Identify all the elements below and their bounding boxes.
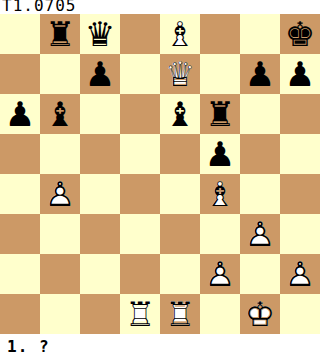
white-queen: ♕ xyxy=(160,54,200,94)
black-pawn: ♟ xyxy=(280,54,320,94)
square-a8[interactable] xyxy=(0,14,40,54)
square-e2[interactable] xyxy=(160,254,200,294)
white-bishop: ♗ xyxy=(160,14,200,54)
square-e6[interactable]: ♝ xyxy=(160,94,200,134)
white-pawn-fill: ♟ xyxy=(40,174,80,214)
square-g3[interactable]: ♟♙ xyxy=(240,214,280,254)
square-g7[interactable]: ♟ xyxy=(240,54,280,94)
square-a6[interactable]: ♟ xyxy=(0,94,40,134)
white-pawn: ♙ xyxy=(200,254,240,294)
black-pawn: ♟ xyxy=(80,54,120,94)
square-h3[interactable] xyxy=(280,214,320,254)
white-queen-fill: ♛ xyxy=(160,54,200,94)
chess-board: ♜♛♝♗♚♟♛♕♟♟♟♝♝♜♟♟♙♝♗♟♙♟♙♟♙♜♖♜♖♚♔ xyxy=(0,14,320,334)
square-b4[interactable]: ♟♙ xyxy=(40,174,80,214)
square-h6[interactable] xyxy=(280,94,320,134)
square-c7[interactable]: ♟ xyxy=(80,54,120,94)
black-queen: ♛ xyxy=(80,14,120,54)
white-pawn-fill: ♟ xyxy=(240,214,280,254)
square-c6[interactable] xyxy=(80,94,120,134)
white-rook-fill: ♜ xyxy=(160,294,200,334)
square-g2[interactable] xyxy=(240,254,280,294)
black-rook: ♜ xyxy=(200,94,240,134)
square-f4[interactable]: ♝♗ xyxy=(200,174,240,214)
white-king: ♔ xyxy=(240,294,280,334)
square-d8[interactable] xyxy=(120,14,160,54)
square-e7[interactable]: ♛♕ xyxy=(160,54,200,94)
square-c8[interactable]: ♛ xyxy=(80,14,120,54)
square-g8[interactable] xyxy=(240,14,280,54)
move-prompt: 1. ? xyxy=(7,337,50,357)
square-e1[interactable]: ♜♖ xyxy=(160,294,200,334)
puzzle-id-title: T1.0705 xyxy=(2,0,76,14)
square-f5[interactable]: ♟ xyxy=(200,134,240,174)
square-c4[interactable] xyxy=(80,174,120,214)
white-pawn-fill: ♟ xyxy=(280,254,320,294)
square-c2[interactable] xyxy=(80,254,120,294)
square-e8[interactable]: ♝♗ xyxy=(160,14,200,54)
square-f7[interactable] xyxy=(200,54,240,94)
square-a7[interactable] xyxy=(0,54,40,94)
square-d5[interactable] xyxy=(120,134,160,174)
square-h4[interactable] xyxy=(280,174,320,214)
black-rook: ♜ xyxy=(40,14,80,54)
square-b5[interactable] xyxy=(40,134,80,174)
square-a3[interactable] xyxy=(0,214,40,254)
square-h8[interactable]: ♚ xyxy=(280,14,320,54)
black-bishop: ♝ xyxy=(160,94,200,134)
square-f3[interactable] xyxy=(200,214,240,254)
white-bishop-fill: ♝ xyxy=(160,14,200,54)
square-f8[interactable] xyxy=(200,14,240,54)
square-h5[interactable] xyxy=(280,134,320,174)
square-b8[interactable]: ♜ xyxy=(40,14,80,54)
square-d2[interactable] xyxy=(120,254,160,294)
square-g5[interactable] xyxy=(240,134,280,174)
square-d4[interactable] xyxy=(120,174,160,214)
square-d3[interactable] xyxy=(120,214,160,254)
black-pawn: ♟ xyxy=(200,134,240,174)
square-b6[interactable]: ♝ xyxy=(40,94,80,134)
square-c1[interactable] xyxy=(80,294,120,334)
black-bishop: ♝ xyxy=(40,94,80,134)
square-f1[interactable] xyxy=(200,294,240,334)
square-a4[interactable] xyxy=(0,174,40,214)
white-rook: ♖ xyxy=(160,294,200,334)
square-a2[interactable] xyxy=(0,254,40,294)
square-g4[interactable] xyxy=(240,174,280,214)
square-g1[interactable]: ♚♔ xyxy=(240,294,280,334)
square-f2[interactable]: ♟♙ xyxy=(200,254,240,294)
square-c5[interactable] xyxy=(80,134,120,174)
square-d6[interactable] xyxy=(120,94,160,134)
white-pawn: ♙ xyxy=(280,254,320,294)
square-h7[interactable]: ♟ xyxy=(280,54,320,94)
white-bishop: ♗ xyxy=(200,174,240,214)
square-a5[interactable] xyxy=(0,134,40,174)
white-rook-fill: ♜ xyxy=(120,294,160,334)
square-a1[interactable] xyxy=(0,294,40,334)
black-pawn: ♟ xyxy=(0,94,40,134)
white-pawn: ♙ xyxy=(240,214,280,254)
square-g6[interactable] xyxy=(240,94,280,134)
square-c3[interactable] xyxy=(80,214,120,254)
square-h1[interactable] xyxy=(280,294,320,334)
square-e5[interactable] xyxy=(160,134,200,174)
white-pawn-fill: ♟ xyxy=(200,254,240,294)
square-b7[interactable] xyxy=(40,54,80,94)
square-d7[interactable] xyxy=(120,54,160,94)
white-rook: ♖ xyxy=(120,294,160,334)
square-b1[interactable] xyxy=(40,294,80,334)
white-king-fill: ♚ xyxy=(240,294,280,334)
white-bishop-fill: ♝ xyxy=(200,174,240,214)
white-pawn: ♙ xyxy=(40,174,80,214)
square-e3[interactable] xyxy=(160,214,200,254)
black-pawn: ♟ xyxy=(240,54,280,94)
square-d1[interactable]: ♜♖ xyxy=(120,294,160,334)
square-e4[interactable] xyxy=(160,174,200,214)
square-b3[interactable] xyxy=(40,214,80,254)
square-h2[interactable]: ♟♙ xyxy=(280,254,320,294)
black-king: ♚ xyxy=(280,14,320,54)
square-f6[interactable]: ♜ xyxy=(200,94,240,134)
square-b2[interactable] xyxy=(40,254,80,294)
